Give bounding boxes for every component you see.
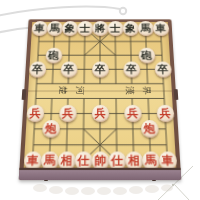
board-frame: 楚 河 漢 界 車馬象士將士象馬車砲砲卒卒卒卒卒兵兵兵兵兵炮炮車馬相仕帥仕相馬車 — [19, 19, 182, 180]
river-label-han: 漢 — [125, 86, 134, 95]
piece-black-soldier[interactable]: 卒 — [92, 61, 109, 77]
river-label-chu: 楚 — [58, 86, 67, 95]
piece-black-horse[interactable]: 馬 — [137, 21, 154, 36]
piece-black-general[interactable]: 將 — [92, 21, 108, 36]
piece-red-soldier[interactable]: 兵 — [59, 105, 77, 122]
piece-black-horse[interactable]: 馬 — [46, 21, 63, 36]
piece-black-soldier[interactable]: 卒 — [123, 61, 140, 77]
piece-black-soldier[interactable]: 卒 — [154, 61, 171, 77]
piece-red-soldier[interactable]: 兵 — [124, 105, 142, 122]
piece-red-cannon[interactable]: 炮 — [140, 120, 158, 138]
river-label-he: 河 — [75, 86, 84, 95]
piece-black-soldier[interactable]: 卒 — [60, 61, 77, 77]
hinge-right — [174, 89, 179, 100]
piece-black-advisor[interactable]: 士 — [107, 21, 123, 36]
piece-black-cannon[interactable]: 砲 — [138, 47, 155, 63]
reflection-decoration — [33, 184, 173, 195]
piece-red-cannon[interactable]: 炮 — [42, 120, 60, 138]
piece-black-cannon[interactable]: 砲 — [45, 47, 62, 63]
piece-black-soldier[interactable]: 卒 — [29, 61, 46, 77]
piece-black-chariot[interactable]: 車 — [31, 21, 48, 36]
product-photo-stage: 楚 河 漢 界 車馬象士將士象馬車砲砲卒卒卒卒卒兵兵兵兵兵炮炮車馬相仕帥仕相馬車 — [0, 0, 200, 200]
piece-black-advisor[interactable]: 士 — [77, 21, 93, 36]
xiangqi-board: 楚 河 漢 界 車馬象士將士象馬車砲砲卒卒卒卒卒兵兵兵兵兵炮炮車馬相仕帥仕相馬車 — [19, 19, 182, 180]
board-surface: 楚 河 漢 界 車馬象士將士象馬車砲砲卒卒卒卒卒兵兵兵兵兵炮炮車馬相仕帥仕相馬車 — [24, 22, 177, 168]
piece-red-soldier[interactable]: 兵 — [26, 105, 44, 122]
piece-black-chariot[interactable]: 車 — [152, 21, 169, 36]
hinge-left — [22, 89, 27, 100]
river-label-jie: 界 — [142, 86, 151, 95]
piece-black-elephant[interactable]: 象 — [122, 21, 138, 36]
board-grid — [24, 22, 177, 168]
board-front-edge — [19, 168, 182, 180]
piece-red-soldier[interactable]: 兵 — [91, 105, 108, 122]
piece-black-elephant[interactable]: 象 — [61, 21, 77, 36]
